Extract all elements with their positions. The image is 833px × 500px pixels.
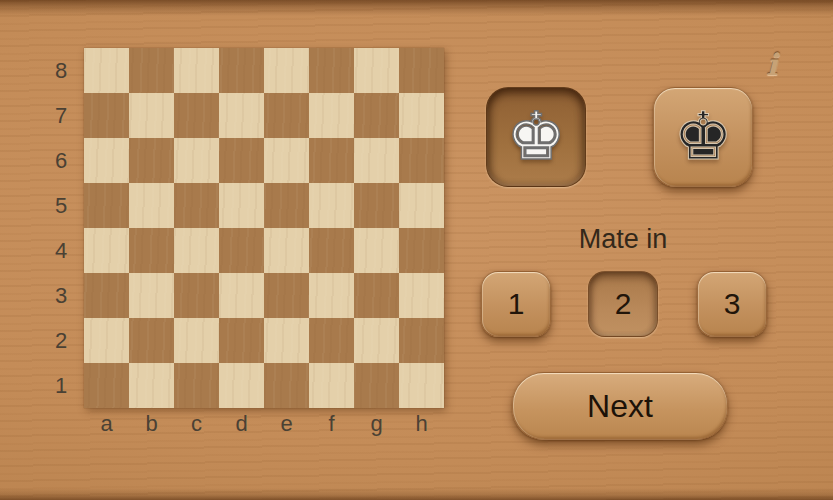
square-a3[interactable] xyxy=(84,273,129,318)
rank-label-3: 3 xyxy=(46,273,76,318)
square-d5[interactable] xyxy=(219,183,264,228)
rank-label-4: 4 xyxy=(46,228,76,273)
square-c6[interactable] xyxy=(174,138,219,183)
square-f2[interactable] xyxy=(309,318,354,363)
square-e1[interactable] xyxy=(264,363,309,408)
square-f7[interactable] xyxy=(309,93,354,138)
rank-label-6: 6 xyxy=(46,138,76,183)
square-h7[interactable] xyxy=(399,93,444,138)
table-edge-bottom xyxy=(0,488,833,500)
square-e2[interactable] xyxy=(264,318,309,363)
black-king-icon: ♚ xyxy=(673,87,732,187)
rank-label-8: 8 xyxy=(46,48,76,93)
square-d4[interactable] xyxy=(219,228,264,273)
square-g7[interactable] xyxy=(354,93,399,138)
square-h3[interactable] xyxy=(399,273,444,318)
mate-in-2-button[interactable]: 2 xyxy=(588,271,658,337)
square-a7[interactable] xyxy=(84,93,129,138)
square-e4[interactable] xyxy=(264,228,309,273)
square-e3[interactable] xyxy=(264,273,309,318)
square-g2[interactable] xyxy=(354,318,399,363)
square-e8[interactable] xyxy=(264,48,309,93)
file-label-a: a xyxy=(84,409,129,439)
square-d6[interactable] xyxy=(219,138,264,183)
square-g5[interactable] xyxy=(354,183,399,228)
file-label-e: e xyxy=(264,409,309,439)
square-c1[interactable] xyxy=(174,363,219,408)
mate-in-3-button[interactable]: 3 xyxy=(697,271,767,337)
square-f6[interactable] xyxy=(309,138,354,183)
square-b8[interactable] xyxy=(129,48,174,93)
square-d7[interactable] xyxy=(219,93,264,138)
rank-label-1: 1 xyxy=(46,363,76,408)
square-e6[interactable] xyxy=(264,138,309,183)
file-label-c: c xyxy=(174,409,219,439)
square-b5[interactable] xyxy=(129,183,174,228)
square-g1[interactable] xyxy=(354,363,399,408)
square-f1[interactable] xyxy=(309,363,354,408)
square-g4[interactable] xyxy=(354,228,399,273)
square-f4[interactable] xyxy=(309,228,354,273)
square-g6[interactable] xyxy=(354,138,399,183)
square-h4[interactable] xyxy=(399,228,444,273)
square-b7[interactable] xyxy=(129,93,174,138)
square-b4[interactable] xyxy=(129,228,174,273)
square-g8[interactable] xyxy=(354,48,399,93)
square-c5[interactable] xyxy=(174,183,219,228)
square-e5[interactable] xyxy=(264,183,309,228)
white-king-button[interactable]: ♚ xyxy=(486,87,586,187)
square-a5[interactable] xyxy=(84,183,129,228)
chess-board[interactable] xyxy=(84,48,444,408)
square-c2[interactable] xyxy=(174,318,219,363)
black-king-button[interactable]: ♚ xyxy=(653,87,753,187)
file-label-h: h xyxy=(399,409,444,439)
square-c4[interactable] xyxy=(174,228,219,273)
square-b2[interactable] xyxy=(129,318,174,363)
square-f5[interactable] xyxy=(309,183,354,228)
square-b1[interactable] xyxy=(129,363,174,408)
white-king-icon: ♚ xyxy=(506,87,565,187)
file-label-f: f xyxy=(309,409,354,439)
square-c7[interactable] xyxy=(174,93,219,138)
info-icon[interactable]: i xyxy=(756,46,788,84)
file-label-g: g xyxy=(354,409,399,439)
square-a8[interactable] xyxy=(84,48,129,93)
app-root: 87654321 abcdefgh i ♚ ♚ Mate in 1 2 3 Ne… xyxy=(0,0,833,500)
square-d2[interactable] xyxy=(219,318,264,363)
mate-in-1-button[interactable]: 1 xyxy=(481,271,551,337)
square-a2[interactable] xyxy=(84,318,129,363)
square-h1[interactable] xyxy=(399,363,444,408)
rank-label-2: 2 xyxy=(46,318,76,363)
square-f8[interactable] xyxy=(309,48,354,93)
square-d3[interactable] xyxy=(219,273,264,318)
square-h6[interactable] xyxy=(399,138,444,183)
square-a1[interactable] xyxy=(84,363,129,408)
rank-label-5: 5 xyxy=(46,183,76,228)
square-h5[interactable] xyxy=(399,183,444,228)
square-h2[interactable] xyxy=(399,318,444,363)
rank-label-7: 7 xyxy=(46,93,76,138)
square-c8[interactable] xyxy=(174,48,219,93)
mate-in-label: Mate in xyxy=(498,223,748,255)
square-c3[interactable] xyxy=(174,273,219,318)
square-a4[interactable] xyxy=(84,228,129,273)
square-b6[interactable] xyxy=(129,138,174,183)
file-label-d: d xyxy=(219,409,264,439)
square-b3[interactable] xyxy=(129,273,174,318)
file-labels: abcdefgh xyxy=(84,409,444,439)
table-edge-top xyxy=(0,0,833,16)
file-label-b: b xyxy=(129,409,174,439)
next-button[interactable]: Next xyxy=(512,372,728,440)
square-g3[interactable] xyxy=(354,273,399,318)
square-a6[interactable] xyxy=(84,138,129,183)
square-d8[interactable] xyxy=(219,48,264,93)
square-d1[interactable] xyxy=(219,363,264,408)
square-f3[interactable] xyxy=(309,273,354,318)
square-h8[interactable] xyxy=(399,48,444,93)
rank-labels: 87654321 xyxy=(46,48,76,408)
square-e7[interactable] xyxy=(264,93,309,138)
